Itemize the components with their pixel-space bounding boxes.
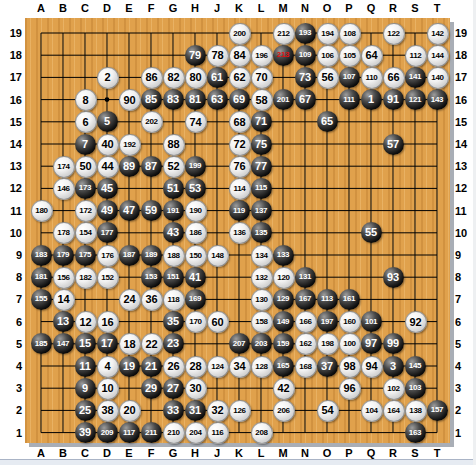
stone-T17[interactable]: 140 — [427, 67, 449, 89]
stone-G9[interactable]: 188 — [163, 245, 185, 267]
stone-M19[interactable]: 212 — [273, 23, 295, 45]
stone-K2[interactable]: 126 — [229, 400, 251, 422]
stone-M8[interactable]: 120 — [273, 267, 295, 289]
stone-R4[interactable]: 3 — [383, 356, 404, 377]
stone-F1[interactable]: 211 — [141, 422, 162, 443]
stone-C4[interactable]: 11 — [75, 356, 96, 377]
stone-C6[interactable]: 12 — [75, 311, 97, 333]
stone-H11[interactable]: 190 — [185, 200, 207, 222]
stone-Q6[interactable]: 101 — [361, 311, 382, 332]
stone-D1[interactable]: 209 — [97, 422, 118, 443]
col-label-top: G — [164, 1, 182, 15]
stone-H13[interactable]: 199 — [185, 156, 206, 177]
stone-G1[interactable]: 210 — [163, 422, 185, 444]
stone-R14[interactable]: 57 — [383, 134, 404, 155]
stone-C15[interactable]: 6 — [75, 111, 97, 133]
stone-F11[interactable]: 59 — [141, 200, 162, 221]
stone-F9[interactable]: 189 — [141, 245, 162, 266]
stone-P5[interactable]: 100 — [339, 333, 361, 355]
col-label-top: K — [230, 1, 248, 15]
stone-R2[interactable]: 164 — [383, 400, 405, 422]
stone-G13[interactable]: 52 — [163, 156, 185, 178]
stone-F8[interactable]: 153 — [141, 267, 162, 288]
stone-Q2[interactable]: 104 — [361, 400, 383, 422]
stone-D15[interactable]: 5 — [97, 111, 118, 132]
stone-E7[interactable]: 24 — [119, 289, 141, 311]
stone-H3[interactable]: 30 — [185, 378, 207, 400]
stone-E9[interactable]: 187 — [119, 245, 140, 266]
stone-N6[interactable]: 166 — [295, 311, 317, 333]
stone-C9[interactable]: 175 — [75, 245, 96, 266]
stone-Q18[interactable]: 64 — [361, 45, 383, 67]
stone-K5[interactable]: 207 — [229, 333, 250, 354]
stone-G7[interactable]: 118 — [163, 289, 185, 311]
stone-S17[interactable]: 141 — [405, 67, 426, 88]
row-label-left: 7 — [2, 292, 22, 306]
stone-S16[interactable]: 121 — [405, 89, 426, 110]
stone-D17[interactable]: 2 — [97, 67, 119, 89]
stone-F17[interactable]: 86 — [141, 67, 163, 89]
col-label-bottom: D — [98, 446, 116, 460]
stone-G5[interactable]: 23 — [163, 333, 184, 354]
stone-L17[interactable]: 70 — [251, 67, 273, 89]
stone-P3[interactable]: 96 — [339, 378, 361, 400]
stone-K12[interactable]: 114 — [229, 178, 251, 200]
stone-G8[interactable]: 151 — [163, 267, 184, 288]
stone-B5[interactable]: 147 — [53, 333, 74, 354]
row-label-left: 4 — [2, 359, 22, 373]
col-label-bottom: H — [186, 446, 204, 460]
stone-N19[interactable]: 193 — [295, 23, 316, 44]
stone-F15[interactable]: 202 — [141, 111, 163, 133]
stone-C5[interactable]: 15 — [75, 333, 96, 354]
stone-H7[interactable]: 169 — [185, 289, 206, 310]
stone-C11[interactable]: 172 — [75, 200, 97, 222]
stone-B6[interactable]: 13 — [53, 311, 74, 332]
stone-S4[interactable]: 145 — [405, 356, 426, 377]
stone-M5[interactable]: 159 — [273, 333, 294, 354]
row-label-right: 6 — [455, 315, 475, 329]
row-label-right: 1 — [455, 426, 475, 440]
stone-G14[interactable]: 88 — [163, 134, 185, 156]
stone-C16[interactable]: 8 — [75, 89, 97, 111]
col-label-bottom: L — [252, 446, 270, 460]
col-label-bottom: F — [142, 446, 160, 460]
col-label-bottom: C — [76, 446, 94, 460]
row-label-left: 15 — [2, 115, 22, 129]
stone-T19[interactable]: 142 — [427, 23, 449, 45]
stone-B8[interactable]: 156 — [53, 267, 75, 289]
stone-G10[interactable]: 43 — [163, 222, 184, 243]
stone-L13[interactable]: 77 — [251, 156, 272, 177]
col-label-bottom: G — [164, 446, 182, 460]
stone-J2[interactable]: 32 — [207, 400, 229, 422]
stone-S3[interactable]: 103 — [405, 378, 426, 399]
stone-R5[interactable]: 99 — [383, 333, 404, 354]
row-label-right: 2 — [455, 403, 475, 417]
stone-P7[interactable]: 161 — [339, 289, 360, 310]
row-label-left: 3 — [2, 381, 22, 395]
stone-C8[interactable]: 182 — [75, 267, 97, 289]
stone-J6[interactable]: 60 — [207, 311, 229, 333]
row-label-left: 17 — [2, 70, 22, 84]
stone-A11[interactable]: 180 — [31, 200, 53, 222]
row-label-left: 5 — [2, 337, 22, 351]
stone-H16[interactable]: 81 — [185, 89, 206, 110]
col-label-top: B — [54, 1, 72, 15]
col-label-bottom: Q — [362, 446, 380, 460]
stone-K16[interactable]: 69 — [229, 89, 250, 110]
stone-O19[interactable]: 194 — [317, 23, 339, 45]
stone-E14[interactable]: 192 — [119, 134, 141, 156]
stone-L8[interactable]: 132 — [251, 267, 273, 289]
stone-N17[interactable]: 73 — [295, 67, 316, 88]
stone-O5[interactable]: 198 — [317, 333, 339, 355]
stone-S1[interactable]: 163 — [405, 422, 426, 443]
row-label-right: 10 — [455, 226, 475, 240]
stone-L14[interactable]: 75 — [251, 134, 272, 155]
stone-G4[interactable]: 26 — [163, 356, 185, 378]
stone-K19[interactable]: 200 — [229, 23, 251, 45]
stone-G2[interactable]: 33 — [163, 400, 184, 421]
row-label-left: 12 — [2, 181, 22, 195]
stone-S2[interactable]: 138 — [405, 400, 427, 422]
stone-M7[interactable]: 129 — [273, 289, 294, 310]
col-label-top: L — [252, 1, 270, 15]
stone-M4[interactable]: 165 — [273, 356, 294, 377]
stone-B13[interactable]: 174 — [53, 156, 75, 178]
stone-P4[interactable]: 98 — [339, 356, 361, 378]
stone-J9[interactable]: 148 — [207, 245, 229, 267]
col-label-bottom: A — [32, 446, 50, 460]
col-label-top: Q — [362, 1, 380, 15]
stone-C13[interactable]: 50 — [75, 156, 97, 178]
stone-G16[interactable]: 83 — [163, 89, 184, 110]
col-label-top: H — [186, 1, 204, 15]
stone-N18[interactable]: 109 — [295, 45, 316, 66]
stone-T2[interactable]: 157 — [427, 400, 448, 421]
stone-G11[interactable]: 191 — [163, 200, 184, 221]
stone-E11[interactable]: 47 — [119, 200, 140, 221]
stone-L4[interactable]: 128 — [251, 356, 273, 378]
row-label-left: 11 — [2, 204, 22, 218]
stone-H6[interactable]: 170 — [185, 311, 207, 333]
stone-E16[interactable]: 90 — [119, 89, 141, 111]
stone-T16[interactable]: 143 — [427, 89, 448, 110]
stone-K17[interactable]: 62 — [229, 67, 251, 89]
row-label-left: 19 — [2, 26, 22, 40]
go-diagram: AABBCCDDEEFFGGHHJJKKLLMMNNOOPPQQRRSSTT19… — [0, 0, 476, 465]
col-label-top: P — [340, 1, 358, 15]
stone-C14[interactable]: 7 — [75, 134, 96, 155]
row-label-right: 4 — [455, 359, 475, 373]
stone-P17[interactable]: 107 — [339, 67, 360, 88]
row-label-left: 16 — [2, 93, 22, 107]
stone-P19[interactable]: 108 — [339, 23, 361, 45]
stone-B7[interactable]: 14 — [53, 289, 75, 311]
stone-C1[interactable]: 39 — [75, 422, 96, 443]
stone-P18[interactable]: 105 — [339, 45, 361, 67]
stone-H15[interactable]: 74 — [185, 111, 207, 133]
stone-D2[interactable]: 38 — [97, 400, 119, 422]
stone-J17[interactable]: 61 — [207, 67, 228, 88]
stone-N5[interactable]: 162 — [295, 333, 317, 355]
row-label-right: 8 — [455, 270, 475, 284]
stone-D8[interactable]: 152 — [97, 267, 119, 289]
stone-E4[interactable]: 19 — [119, 356, 140, 377]
row-label-left: 14 — [2, 137, 22, 151]
col-label-top: C — [76, 1, 94, 15]
stone-D14[interactable]: 40 — [97, 134, 119, 156]
stone-Q5[interactable]: 97 — [361, 333, 382, 354]
stone-C12[interactable]: 173 — [75, 178, 96, 199]
stone-L16[interactable]: 58 — [251, 89, 273, 111]
stone-R3[interactable]: 102 — [383, 378, 405, 400]
stone-O6[interactable]: 197 — [317, 311, 338, 332]
stone-O2[interactable]: 54 — [317, 400, 339, 422]
row-label-right: 5 — [455, 337, 475, 351]
col-label-bottom: R — [384, 446, 402, 460]
row-label-right: 3 — [455, 381, 475, 395]
col-label-bottom: S — [406, 446, 424, 460]
col-label-top: R — [384, 1, 402, 15]
stone-P6[interactable]: 160 — [339, 311, 361, 333]
row-label-right: 7 — [455, 292, 475, 306]
col-label-top: T — [428, 1, 446, 15]
col-label-top: F — [142, 1, 160, 15]
stone-O15[interactable]: 65 — [317, 111, 338, 132]
stone-L18[interactable]: 196 — [251, 45, 273, 67]
stone-F4[interactable]: 21 — [141, 356, 162, 377]
col-label-top: J — [208, 1, 226, 15]
stone-F16[interactable]: 85 — [141, 89, 162, 110]
stone-F5[interactable]: 22 — [141, 333, 163, 355]
stone-H1[interactable]: 204 — [185, 422, 207, 444]
stone-D11[interactable]: 49 — [97, 200, 118, 221]
stone-D10[interactable]: 177 — [97, 222, 118, 243]
row-label-right: 19 — [455, 26, 475, 40]
row-label-right: 15 — [455, 115, 475, 129]
stone-A8[interactable]: 181 — [31, 267, 52, 288]
stone-N7[interactable]: 167 — [295, 289, 316, 310]
col-label-top: E — [120, 1, 138, 15]
row-label-left: 13 — [2, 159, 22, 173]
stone-K11[interactable]: 119 — [229, 200, 250, 221]
stone-H17[interactable]: 80 — [185, 67, 207, 89]
stone-A9[interactable]: 183 — [31, 245, 52, 266]
stone-D6[interactable]: 16 — [97, 311, 119, 333]
col-label-bottom: O — [318, 446, 336, 460]
row-label-left: 8 — [2, 270, 22, 284]
window-splitter — [0, 459, 476, 465]
stone-J16[interactable]: 63 — [207, 89, 228, 110]
stone-B9[interactable]: 179 — [53, 245, 74, 266]
stone-C2[interactable]: 25 — [75, 400, 96, 421]
row-label-right: 18 — [455, 48, 475, 62]
stone-B10[interactable]: 178 — [53, 222, 75, 244]
row-label-right: 9 — [455, 248, 475, 262]
stone-A5[interactable]: 185 — [31, 333, 52, 354]
stone-K4[interactable]: 34 — [229, 356, 251, 378]
stone-C3[interactable]: 9 — [75, 378, 96, 399]
stone-H18[interactable]: 79 — [185, 45, 206, 66]
stone-Q16[interactable]: 1 — [361, 89, 382, 110]
row-label-right: 13 — [455, 159, 475, 173]
row-label-left: 1 — [2, 426, 22, 440]
row-label-right: 12 — [455, 181, 475, 195]
stone-K10[interactable]: 136 — [229, 222, 251, 244]
stone-R8[interactable]: 93 — [383, 267, 404, 288]
stone-D12[interactable]: 45 — [97, 178, 118, 199]
stone-M3[interactable]: 42 — [273, 378, 295, 400]
stone-R17[interactable]: 66 — [383, 67, 405, 89]
stone-S6[interactable]: 92 — [405, 311, 427, 333]
stone-A7[interactable]: 155 — [31, 289, 52, 310]
stone-L7[interactable]: 130 — [251, 289, 273, 311]
col-label-top: A — [32, 1, 50, 15]
stone-E5[interactable]: 18 — [119, 333, 141, 355]
stone-T18[interactable]: 144 — [427, 45, 449, 67]
stone-B12[interactable]: 146 — [53, 178, 75, 200]
stone-H10[interactable]: 186 — [185, 222, 207, 244]
stone-N4[interactable]: 168 — [295, 356, 317, 378]
stone-L9[interactable]: 134 — [251, 245, 273, 267]
stone-L10[interactable]: 135 — [251, 222, 272, 243]
row-label-left: 10 — [2, 226, 22, 240]
stone-D13[interactable]: 44 — [97, 156, 119, 178]
stone-Q4[interactable]: 94 — [361, 356, 383, 378]
stone-R19[interactable]: 122 — [383, 23, 405, 45]
col-label-top: M — [274, 1, 292, 15]
stone-Q17[interactable]: 110 — [361, 67, 383, 89]
col-label-bottom: P — [340, 446, 358, 460]
stone-J4[interactable]: 124 — [207, 356, 229, 378]
stone-C10[interactable]: 154 — [75, 222, 97, 244]
row-label-left: 2 — [2, 403, 22, 417]
row-label-right: 16 — [455, 93, 475, 107]
stone-D4[interactable]: 4 — [97, 356, 119, 378]
stone-D9[interactable]: 176 — [97, 245, 119, 267]
col-label-top: N — [296, 1, 314, 15]
col-label-bottom: J — [208, 446, 226, 460]
col-label-bottom: N — [296, 446, 314, 460]
stone-O7[interactable]: 113 — [317, 289, 338, 310]
stone-K13[interactable]: 76 — [229, 156, 251, 178]
stone-G3[interactable]: 27 — [163, 378, 184, 399]
row-label-left: 9 — [2, 248, 22, 262]
stone-L6[interactable]: 158 — [251, 311, 273, 333]
stone-G6[interactable]: 35 — [163, 311, 184, 332]
stone-K15[interactable]: 68 — [229, 111, 251, 133]
stone-H9[interactable]: 150 — [185, 245, 207, 267]
stone-N8[interactable]: 131 — [295, 267, 316, 288]
stone-G17[interactable]: 82 — [163, 67, 185, 89]
stone-L1[interactable]: 208 — [251, 422, 273, 444]
col-label-bottom: M — [274, 446, 292, 460]
stone-D5[interactable]: 17 — [97, 333, 118, 354]
col-label-bottom: T — [428, 446, 446, 460]
stone-L12[interactable]: 115 — [251, 178, 272, 199]
stone-M2[interactable]: 206 — [273, 400, 295, 422]
stone-M18[interactable]: 213 — [273, 45, 294, 66]
stone-F7[interactable]: 36 — [141, 289, 163, 311]
stone-M16[interactable]: 201 — [273, 89, 294, 110]
col-label-bottom: K — [230, 446, 248, 460]
stone-H4[interactable]: 28 — [185, 356, 207, 378]
stone-O18[interactable]: 106 — [317, 45, 339, 67]
row-label-right: 14 — [455, 137, 475, 151]
col-label-top: O — [318, 1, 336, 15]
stone-K14[interactable]: 72 — [229, 134, 251, 156]
row-label-left: 18 — [2, 48, 22, 62]
stone-Q10[interactable]: 55 — [361, 222, 382, 243]
stone-D3[interactable]: 10 — [97, 378, 119, 400]
stone-J1[interactable]: 116 — [207, 422, 229, 444]
stone-E2[interactable]: 20 — [119, 400, 141, 422]
stone-J18[interactable]: 78 — [207, 45, 229, 67]
row-label-left: 6 — [2, 315, 22, 329]
stone-K18[interactable]: 84 — [229, 45, 251, 67]
stone-H12[interactable]: 53 — [185, 178, 206, 199]
stone-P16[interactable]: 111 — [339, 89, 360, 110]
stone-M6[interactable]: 149 — [273, 311, 294, 332]
stone-O17[interactable]: 56 — [317, 67, 339, 89]
col-label-top: S — [406, 1, 424, 15]
stone-E13[interactable]: 89 — [119, 156, 140, 177]
stone-O4[interactable]: 37 — [317, 356, 338, 377]
stone-L15[interactable]: 71 — [251, 111, 272, 132]
col-label-top: D — [98, 1, 116, 15]
row-label-right: 17 — [455, 70, 475, 84]
stone-M9[interactable]: 133 — [273, 245, 294, 266]
col-label-bottom: B — [54, 446, 72, 460]
col-label-bottom: E — [120, 446, 138, 460]
stone-S18[interactable]: 112 — [405, 45, 427, 67]
stone-N16[interactable]: 67 — [295, 89, 316, 110]
stone-F3[interactable]: 29 — [141, 378, 162, 399]
stone-L5[interactable]: 203 — [251, 333, 272, 354]
row-label-right: 11 — [455, 204, 475, 218]
stone-E1[interactable]: 117 — [119, 422, 140, 443]
stone-H2[interactable]: 31 — [185, 400, 206, 421]
stone-F13[interactable]: 87 — [141, 156, 162, 177]
stone-R16[interactable]: 91 — [383, 89, 404, 110]
stone-H8[interactable]: 41 — [185, 267, 206, 288]
stone-G12[interactable]: 51 — [163, 178, 184, 199]
stone-L11[interactable]: 137 — [251, 200, 272, 221]
